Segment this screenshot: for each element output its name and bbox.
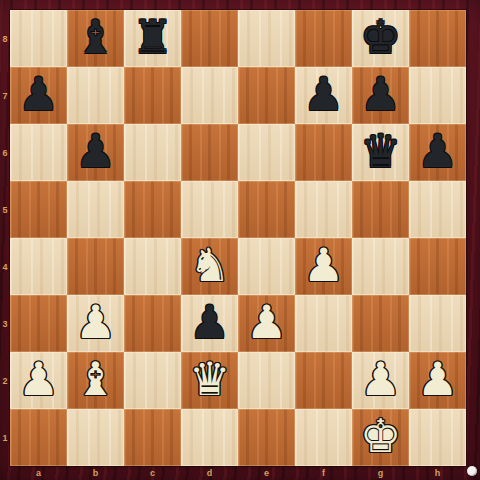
rank-label-6: 6: [0, 124, 10, 181]
white-pawn-b3[interactable]: ♟: [75, 294, 116, 351]
square-d8[interactable]: [181, 10, 238, 67]
square-c1[interactable]: [124, 409, 181, 466]
square-a3[interactable]: [10, 295, 67, 352]
black-pawn-b6[interactable]: ♟: [75, 123, 116, 180]
rank-label-1: 1: [0, 409, 10, 466]
square-a2[interactable]: ♟: [10, 352, 67, 409]
rank-label-7: 7: [0, 67, 10, 124]
board-frame: ♝♜♚♟♟♟♟♛♟♞♟♟♟♟♟♝♛♟♟♚ 87654321 abcdefgh: [0, 0, 480, 480]
white-pawn-a2[interactable]: ♟: [18, 351, 59, 408]
square-g6[interactable]: ♛: [352, 124, 409, 181]
square-f3[interactable]: [295, 295, 352, 352]
square-h4[interactable]: [409, 238, 466, 295]
square-a6[interactable]: [10, 124, 67, 181]
white-pawn-g2[interactable]: ♟: [360, 351, 401, 408]
square-h3[interactable]: [409, 295, 466, 352]
file-label-c: c: [124, 466, 181, 480]
square-a7[interactable]: ♟: [10, 67, 67, 124]
square-a4[interactable]: [10, 238, 67, 295]
square-g2[interactable]: ♟: [352, 352, 409, 409]
square-f8[interactable]: [295, 10, 352, 67]
square-f6[interactable]: [295, 124, 352, 181]
square-c5[interactable]: [124, 181, 181, 238]
square-d4[interactable]: ♞: [181, 238, 238, 295]
white-knight-d4[interactable]: ♞: [189, 237, 230, 294]
square-e7[interactable]: [238, 67, 295, 124]
square-c2[interactable]: [124, 352, 181, 409]
square-a8[interactable]: [10, 10, 67, 67]
square-b5[interactable]: [67, 181, 124, 238]
black-bishop-b8[interactable]: ♝: [75, 9, 116, 66]
rank-label-3: 3: [0, 295, 10, 352]
square-c7[interactable]: [124, 67, 181, 124]
square-d2[interactable]: ♛: [181, 352, 238, 409]
rank-labels: 87654321: [0, 10, 10, 466]
square-f1[interactable]: [295, 409, 352, 466]
square-a5[interactable]: [10, 181, 67, 238]
square-h5[interactable]: [409, 181, 466, 238]
black-pawn-f7[interactable]: ♟: [303, 66, 344, 123]
white-bishop-b2[interactable]: ♝: [75, 351, 116, 408]
square-h1[interactable]: [409, 409, 466, 466]
square-c6[interactable]: [124, 124, 181, 181]
file-label-g: g: [352, 466, 409, 480]
white-to-move-indicator: [467, 466, 477, 476]
square-h6[interactable]: ♟: [409, 124, 466, 181]
square-a1[interactable]: [10, 409, 67, 466]
white-pawn-h2[interactable]: ♟: [417, 351, 458, 408]
square-g5[interactable]: [352, 181, 409, 238]
chess-board: ♝♜♚♟♟♟♟♛♟♞♟♟♟♟♟♝♛♟♟♚: [10, 10, 466, 466]
square-d5[interactable]: [181, 181, 238, 238]
square-g3[interactable]: [352, 295, 409, 352]
file-label-a: a: [10, 466, 67, 480]
square-d6[interactable]: [181, 124, 238, 181]
square-e4[interactable]: [238, 238, 295, 295]
file-label-e: e: [238, 466, 295, 480]
rank-label-4: 4: [0, 238, 10, 295]
square-b2[interactable]: ♝: [67, 352, 124, 409]
square-e5[interactable]: [238, 181, 295, 238]
black-queen-g6[interactable]: ♛: [360, 123, 401, 180]
rank-label-5: 5: [0, 181, 10, 238]
white-pawn-f4[interactable]: ♟: [303, 237, 344, 294]
file-label-h: h: [409, 466, 466, 480]
square-h8[interactable]: [409, 10, 466, 67]
square-g4[interactable]: [352, 238, 409, 295]
square-c8[interactable]: ♜: [124, 10, 181, 67]
square-c4[interactable]: [124, 238, 181, 295]
square-e1[interactable]: [238, 409, 295, 466]
square-b8[interactable]: ♝: [67, 10, 124, 67]
rank-label-8: 8: [0, 10, 10, 67]
file-label-d: d: [181, 466, 238, 480]
square-h7[interactable]: [409, 67, 466, 124]
square-d7[interactable]: [181, 67, 238, 124]
square-e6[interactable]: [238, 124, 295, 181]
square-b1[interactable]: [67, 409, 124, 466]
square-d1[interactable]: [181, 409, 238, 466]
square-c3[interactable]: [124, 295, 181, 352]
file-labels: abcdefgh: [10, 466, 466, 480]
square-d3[interactable]: ♟: [181, 295, 238, 352]
square-b3[interactable]: ♟: [67, 295, 124, 352]
square-h2[interactable]: ♟: [409, 352, 466, 409]
square-b7[interactable]: [67, 67, 124, 124]
black-pawn-g7[interactable]: ♟: [360, 66, 401, 123]
black-pawn-a7[interactable]: ♟: [18, 66, 59, 123]
square-b4[interactable]: [67, 238, 124, 295]
white-king-g1[interactable]: ♚: [360, 408, 401, 465]
black-pawn-h6[interactable]: ♟: [417, 123, 458, 180]
black-pawn-d3[interactable]: ♟: [189, 294, 230, 351]
rank-label-2: 2: [0, 352, 10, 409]
square-f7[interactable]: ♟: [295, 67, 352, 124]
square-g8[interactable]: ♚: [352, 10, 409, 67]
square-f4[interactable]: ♟: [295, 238, 352, 295]
square-b6[interactable]: ♟: [67, 124, 124, 181]
square-e8[interactable]: [238, 10, 295, 67]
square-e2[interactable]: [238, 352, 295, 409]
square-g1[interactable]: ♚: [352, 409, 409, 466]
white-pawn-e3[interactable]: ♟: [246, 294, 287, 351]
square-f2[interactable]: [295, 352, 352, 409]
square-f5[interactable]: [295, 181, 352, 238]
black-king-g8[interactable]: ♚: [360, 9, 401, 66]
square-g7[interactable]: ♟: [352, 67, 409, 124]
white-queen-d2[interactable]: ♛: [189, 351, 230, 408]
square-e3[interactable]: ♟: [238, 295, 295, 352]
file-label-f: f: [295, 466, 352, 480]
file-label-b: b: [67, 466, 124, 480]
black-rook-c8[interactable]: ♜: [132, 9, 173, 66]
